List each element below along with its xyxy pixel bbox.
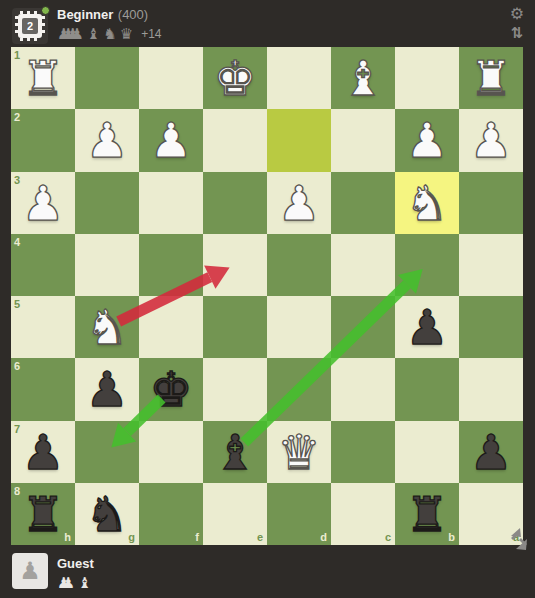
- square-f8[interactable]: f: [139, 483, 203, 545]
- square-b2[interactable]: ♟: [395, 109, 459, 171]
- resize-handle-icon[interactable]: [506, 527, 532, 551]
- square-f5[interactable]: [139, 296, 203, 358]
- online-status-dot: [41, 6, 50, 15]
- square-b8[interactable]: b♜: [395, 483, 459, 545]
- square-h5[interactable]: 5: [11, 296, 75, 358]
- square-a7[interactable]: ♟: [459, 421, 523, 483]
- square-f3[interactable]: [139, 172, 203, 234]
- square-g3[interactable]: [75, 172, 139, 234]
- bottom-player-bar: ♟ Guest ♟♟♝: [0, 549, 535, 596]
- file-label-e: e: [257, 531, 263, 543]
- square-c6[interactable]: [331, 358, 395, 420]
- square-d3[interactable]: ♟: [267, 172, 331, 234]
- piece-white-pawn-h3[interactable]: ♟: [11, 172, 75, 234]
- square-f1[interactable]: [139, 47, 203, 109]
- square-b7[interactable]: [395, 421, 459, 483]
- piece-white-pawn-a2[interactable]: ♟: [459, 109, 523, 171]
- square-h7[interactable]: 7♟: [11, 421, 75, 483]
- top-player-bar: 2 Beginner (400) ♟♟♟♟♝♞♛ +14 ⚙ ⇅: [0, 0, 535, 47]
- piece-white-bishop-c1[interactable]: ♝: [331, 47, 395, 109]
- rank-label-6: 6: [14, 360, 20, 372]
- square-d6[interactable]: [267, 358, 331, 420]
- file-label-c: c: [385, 531, 391, 543]
- square-e6[interactable]: [203, 358, 267, 420]
- square-b3[interactable]: ♞: [395, 172, 459, 234]
- square-a6[interactable]: [459, 358, 523, 420]
- piece-white-queen-d7[interactable]: ♛: [267, 421, 331, 483]
- square-h1[interactable]: 1♜: [11, 47, 75, 109]
- square-g4[interactable]: [75, 234, 139, 296]
- square-d7[interactable]: ♛: [267, 421, 331, 483]
- rank-label-4: 4: [14, 236, 20, 248]
- square-e4[interactable]: [203, 234, 267, 296]
- captured-queen-icon: ♛: [120, 27, 133, 42]
- guest-avatar[interactable]: ♟: [12, 553, 48, 589]
- square-e1[interactable]: ♚: [203, 47, 267, 109]
- piece-black-pawn-a7[interactable]: ♟: [459, 421, 523, 483]
- captured-pawn-icon: ♟: [70, 27, 83, 42]
- piece-black-pawn-h7[interactable]: ♟: [11, 421, 75, 483]
- opponent-rating: (400): [118, 7, 148, 22]
- piece-black-knight-g8[interactable]: ♞: [75, 483, 139, 545]
- guest-name[interactable]: Guest: [57, 556, 94, 571]
- square-b1[interactable]: [395, 47, 459, 109]
- square-d2[interactable]: [267, 109, 331, 171]
- material-score: +14: [141, 27, 161, 41]
- square-d8[interactable]: d: [267, 483, 331, 545]
- piece-black-bishop-e7[interactable]: ♝: [203, 421, 267, 483]
- square-b5[interactable]: ♟: [395, 296, 459, 358]
- square-h3[interactable]: 3♟: [11, 172, 75, 234]
- piece-black-king-f6[interactable]: ♚: [139, 358, 203, 420]
- flip-board-icon[interactable]: ⇅: [506, 24, 528, 42]
- piece-white-king-e1[interactable]: ♚: [203, 47, 267, 109]
- piece-white-pawn-f2[interactable]: ♟: [139, 109, 203, 171]
- guest-pawn-icon: ♟: [19, 559, 41, 583]
- square-d4[interactable]: [267, 234, 331, 296]
- rank-label-5: 5: [14, 298, 20, 310]
- square-b4[interactable]: [395, 234, 459, 296]
- chip-level-label: 2: [22, 18, 38, 34]
- square-b6[interactable]: [395, 358, 459, 420]
- square-f6[interactable]: ♚: [139, 358, 203, 420]
- square-c5[interactable]: [331, 296, 395, 358]
- board: 1♜♚♝♜2♟♟♟♟3♟♟♞45♞♟6♟♚7♟♝♛♟8h♜g♞fedcb♜a: [11, 47, 523, 545]
- rank-label-2: 2: [14, 111, 20, 123]
- square-a1[interactable]: ♜: [459, 47, 523, 109]
- captured-bishop-icon: ♝: [87, 27, 100, 42]
- piece-black-rook-b8[interactable]: ♜: [395, 483, 459, 545]
- piece-white-pawn-b2[interactable]: ♟: [395, 109, 459, 171]
- square-g8[interactable]: g♞: [75, 483, 139, 545]
- captured-pieces-top: ♟♟♟♟♝♞♛: [57, 27, 133, 42]
- square-a5[interactable]: [459, 296, 523, 358]
- file-label-f: f: [195, 531, 199, 543]
- piece-black-pawn-b5[interactable]: ♟: [395, 296, 459, 358]
- piece-white-pawn-g2[interactable]: ♟: [75, 109, 139, 171]
- square-f4[interactable]: [139, 234, 203, 296]
- square-c3[interactable]: [331, 172, 395, 234]
- square-e3[interactable]: [203, 172, 267, 234]
- piece-white-knight-b3[interactable]: ♞: [395, 172, 459, 234]
- square-c2[interactable]: [331, 109, 395, 171]
- square-g6[interactable]: ♟: [75, 358, 139, 420]
- captured-knight-icon: ♞: [103, 27, 116, 42]
- square-a3[interactable]: [459, 172, 523, 234]
- square-c7[interactable]: [331, 421, 395, 483]
- piece-black-rook-h8[interactable]: ♜: [11, 483, 75, 545]
- square-f7[interactable]: [139, 421, 203, 483]
- square-g1[interactable]: [75, 47, 139, 109]
- square-e2[interactable]: [203, 109, 267, 171]
- piece-white-knight-g5[interactable]: ♞: [75, 296, 139, 358]
- square-g5[interactable]: ♞: [75, 296, 139, 358]
- square-f2[interactable]: ♟: [139, 109, 203, 171]
- square-c8[interactable]: c: [331, 483, 395, 545]
- opponent-avatar[interactable]: 2: [12, 8, 48, 44]
- square-a2[interactable]: ♟: [459, 109, 523, 171]
- square-g2[interactable]: ♟: [75, 109, 139, 171]
- file-label-d: d: [320, 531, 327, 543]
- square-c1[interactable]: ♝: [331, 47, 395, 109]
- square-c4[interactable]: [331, 234, 395, 296]
- square-h8[interactable]: 8h♜: [11, 483, 75, 545]
- square-d5[interactable]: [267, 296, 331, 358]
- opponent-name[interactable]: Beginner: [57, 7, 113, 22]
- square-h4[interactable]: 4: [11, 234, 75, 296]
- piece-white-rook-h1[interactable]: ♜: [11, 47, 75, 109]
- piece-black-pawn-g6[interactable]: ♟: [75, 358, 139, 420]
- piece-white-rook-a1[interactable]: ♜: [459, 47, 523, 109]
- square-e7[interactable]: ♝: [203, 421, 267, 483]
- settings-gear-icon[interactable]: ⚙: [506, 4, 528, 24]
- computer-chip-icon: 2: [18, 14, 42, 38]
- captured-pawn-icon: ♟: [61, 576, 74, 591]
- captured-pieces-bottom: ♟♟♝: [57, 576, 91, 591]
- square-e8[interactable]: e: [203, 483, 267, 545]
- square-h6[interactable]: 6: [11, 358, 75, 420]
- piece-white-pawn-d3[interactable]: ♟: [267, 172, 331, 234]
- square-h2[interactable]: 2: [11, 109, 75, 171]
- square-e5[interactable]: [203, 296, 267, 358]
- square-g7[interactable]: [75, 421, 139, 483]
- square-a4[interactable]: [459, 234, 523, 296]
- square-d1[interactable]: [267, 47, 331, 109]
- captured-bishop-icon: ♝: [78, 576, 91, 591]
